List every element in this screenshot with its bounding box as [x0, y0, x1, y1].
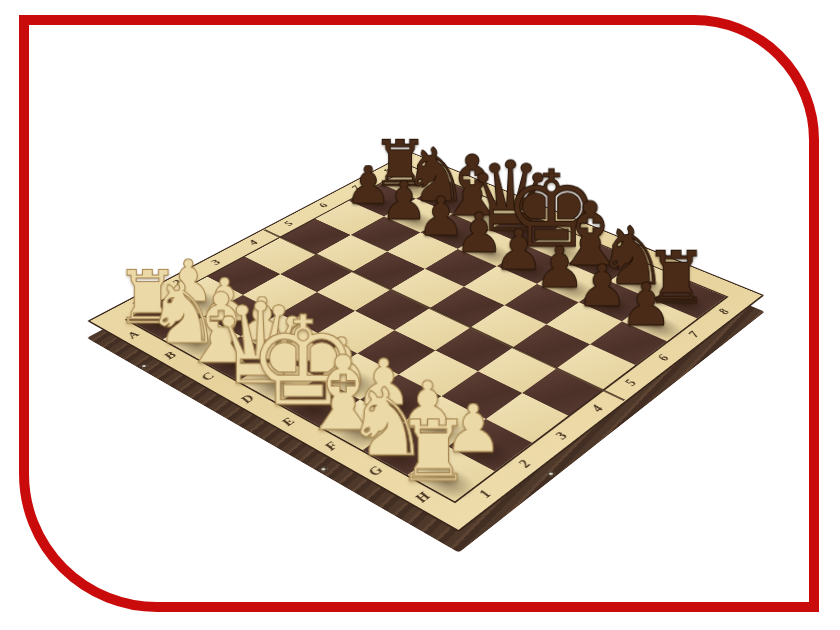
screw-icon	[545, 471, 556, 478]
checkerboard: ♜♞♝♛♚♝♞♜♟♟♟♟♟♟♟♟♟♟♟♟♟♟♟♟♜♞♝♛♚♝♞♜	[125, 166, 729, 503]
square-h8: ♜	[652, 279, 725, 319]
screw-icon	[139, 363, 149, 369]
screw-icon	[318, 466, 329, 473]
chess-scene: ♜♞♝♛♚♝♞♜♟♟♟♟♟♟♟♟♟♟♟♟♟♟♟♟♜♞♝♛♚♝♞♜ ABCDEFG…	[190, 68, 670, 548]
product-photo: ♜♞♝♛♚♝♞♜♟♟♟♟♟♟♟♟♟♟♟♟♟♟♟♟♜♞♝♛♚♝♞♜ ABCDEFG…	[0, 0, 840, 630]
